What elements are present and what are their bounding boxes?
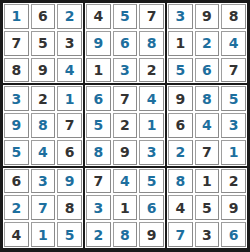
cell-r5c3[interactable]: 7 bbox=[57, 113, 82, 138]
cell-r8c7[interactable]: 4 bbox=[168, 195, 193, 220]
cell-r2c5[interactable]: 6 bbox=[113, 31, 138, 56]
cell-r2c2[interactable]: 5 bbox=[31, 31, 56, 56]
cell-r3c8[interactable]: 6 bbox=[195, 58, 220, 83]
cell-r6c7[interactable]: 2 bbox=[168, 140, 193, 165]
cell-r6c2[interactable]: 4 bbox=[31, 140, 56, 165]
cell-r5c6[interactable]: 1 bbox=[139, 113, 164, 138]
cell-r1c1[interactable]: 1 bbox=[4, 4, 29, 29]
cell-r7c8[interactable]: 1 bbox=[195, 169, 220, 194]
cell-r8c2[interactable]: 7 bbox=[31, 195, 56, 220]
sudoku-box-1: 162753894 bbox=[2, 2, 84, 84]
cell-r2c9[interactable]: 4 bbox=[221, 31, 246, 56]
cell-r6c3[interactable]: 6 bbox=[57, 140, 82, 165]
sudoku-board: 1627538944579681323981245673219875466745… bbox=[0, 0, 250, 252]
cell-r9c5[interactable]: 8 bbox=[113, 222, 138, 247]
cell-r3c4[interactable]: 1 bbox=[86, 58, 111, 83]
cell-r3c6[interactable]: 2 bbox=[139, 58, 164, 83]
cell-r6c1[interactable]: 5 bbox=[4, 140, 29, 165]
cell-r4c7[interactable]: 9 bbox=[168, 86, 193, 111]
cell-r4c5[interactable]: 7 bbox=[113, 86, 138, 111]
cell-r8c5[interactable]: 1 bbox=[113, 195, 138, 220]
cell-r4c8[interactable]: 8 bbox=[195, 86, 220, 111]
cell-r9c4[interactable]: 2 bbox=[86, 222, 111, 247]
cell-r5c8[interactable]: 4 bbox=[195, 113, 220, 138]
cell-r5c7[interactable]: 6 bbox=[168, 113, 193, 138]
cell-r6c9[interactable]: 1 bbox=[221, 140, 246, 165]
cell-r2c7[interactable]: 1 bbox=[168, 31, 193, 56]
cell-r2c6[interactable]: 8 bbox=[139, 31, 164, 56]
cell-r9c7[interactable]: 7 bbox=[168, 222, 193, 247]
cell-r7c4[interactable]: 7 bbox=[86, 169, 111, 194]
sudoku-box-3: 398124567 bbox=[166, 2, 248, 84]
cell-r5c5[interactable]: 2 bbox=[113, 113, 138, 138]
sudoku-box-4: 321987546 bbox=[2, 84, 84, 166]
cell-r5c1[interactable]: 9 bbox=[4, 113, 29, 138]
cell-r8c6[interactable]: 6 bbox=[139, 195, 164, 220]
sudoku-box-9: 812459736 bbox=[166, 167, 248, 249]
cell-r4c6[interactable]: 4 bbox=[139, 86, 164, 111]
cell-r4c3[interactable]: 1 bbox=[57, 86, 82, 111]
cell-r7c2[interactable]: 3 bbox=[31, 169, 56, 194]
cell-r3c5[interactable]: 3 bbox=[113, 58, 138, 83]
cell-r1c5[interactable]: 5 bbox=[113, 4, 138, 29]
cell-r5c4[interactable]: 5 bbox=[86, 113, 111, 138]
cell-r1c7[interactable]: 3 bbox=[168, 4, 193, 29]
sudoku-box-8: 745316289 bbox=[84, 167, 166, 249]
sudoku-box-2: 457968132 bbox=[84, 2, 166, 84]
cell-r7c7[interactable]: 8 bbox=[168, 169, 193, 194]
cell-r7c5[interactable]: 4 bbox=[113, 169, 138, 194]
cell-r1c6[interactable]: 7 bbox=[139, 4, 164, 29]
cell-r2c4[interactable]: 9 bbox=[86, 31, 111, 56]
cell-r3c2[interactable]: 9 bbox=[31, 58, 56, 83]
sudoku-box-6: 985643271 bbox=[166, 84, 248, 166]
cell-r9c1[interactable]: 4 bbox=[4, 222, 29, 247]
cell-r9c9[interactable]: 6 bbox=[221, 222, 246, 247]
cell-r9c6[interactable]: 9 bbox=[139, 222, 164, 247]
cell-r9c3[interactable]: 5 bbox=[57, 222, 82, 247]
cell-r1c2[interactable]: 6 bbox=[31, 4, 56, 29]
cell-r4c4[interactable]: 6 bbox=[86, 86, 111, 111]
cell-r3c1[interactable]: 8 bbox=[4, 58, 29, 83]
cell-r4c9[interactable]: 5 bbox=[221, 86, 246, 111]
cell-r1c8[interactable]: 9 bbox=[195, 4, 220, 29]
cell-r8c1[interactable]: 2 bbox=[4, 195, 29, 220]
cell-r4c2[interactable]: 2 bbox=[31, 86, 56, 111]
cell-r8c8[interactable]: 5 bbox=[195, 195, 220, 220]
cell-r3c3[interactable]: 4 bbox=[57, 58, 82, 83]
cell-r5c9[interactable]: 3 bbox=[221, 113, 246, 138]
cell-r6c4[interactable]: 8 bbox=[86, 140, 111, 165]
sudoku-box-5: 674521893 bbox=[84, 84, 166, 166]
cell-r7c1[interactable]: 6 bbox=[4, 169, 29, 194]
cell-r1c3[interactable]: 2 bbox=[57, 4, 82, 29]
cell-r7c9[interactable]: 2 bbox=[221, 169, 246, 194]
cell-r3c9[interactable]: 7 bbox=[221, 58, 246, 83]
cell-r7c3[interactable]: 9 bbox=[57, 169, 82, 194]
cell-r8c3[interactable]: 8 bbox=[57, 195, 82, 220]
sudoku-box-7: 639278415 bbox=[2, 167, 84, 249]
cell-r4c1[interactable]: 3 bbox=[4, 86, 29, 111]
cell-r2c3[interactable]: 3 bbox=[57, 31, 82, 56]
cell-r3c7[interactable]: 5 bbox=[168, 58, 193, 83]
cell-r1c9[interactable]: 8 bbox=[221, 4, 246, 29]
cell-r6c6[interactable]: 3 bbox=[139, 140, 164, 165]
cell-r2c1[interactable]: 7 bbox=[4, 31, 29, 56]
cell-r6c8[interactable]: 7 bbox=[195, 140, 220, 165]
cell-r8c9[interactable]: 9 bbox=[221, 195, 246, 220]
cell-r8c4[interactable]: 3 bbox=[86, 195, 111, 220]
cell-r5c2[interactable]: 8 bbox=[31, 113, 56, 138]
cell-r7c6[interactable]: 5 bbox=[139, 169, 164, 194]
cell-r6c5[interactable]: 9 bbox=[113, 140, 138, 165]
cell-r1c4[interactable]: 4 bbox=[86, 4, 111, 29]
cell-r2c8[interactable]: 2 bbox=[195, 31, 220, 56]
cell-r9c8[interactable]: 3 bbox=[195, 222, 220, 247]
cell-r9c2[interactable]: 1 bbox=[31, 222, 56, 247]
